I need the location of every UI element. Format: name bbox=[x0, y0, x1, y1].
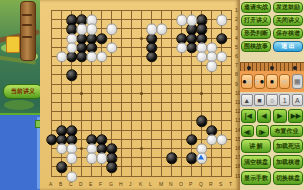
column-label: T bbox=[229, 181, 232, 187]
function-button[interactable]: 打开讲义 bbox=[241, 15, 271, 26]
column-label: R bbox=[209, 181, 213, 187]
grid-line bbox=[51, 102, 232, 103]
step-button[interactable]: ◀| bbox=[241, 125, 254, 137]
mark-tool[interactable]: ○ bbox=[266, 94, 278, 106]
white-stone[interactable] bbox=[106, 42, 117, 53]
grid-line bbox=[231, 10, 232, 176]
row-label: 6 bbox=[235, 53, 238, 59]
eraser-tool[interactable]: ▦ bbox=[292, 74, 304, 89]
function-button[interactable]: 保存棋谱 bbox=[273, 28, 303, 39]
playback-button[interactable]: ◀ bbox=[257, 109, 272, 123]
column-label: B bbox=[59, 181, 62, 187]
column-label: D bbox=[79, 181, 83, 187]
row-label: 3 bbox=[235, 25, 238, 31]
grid-line bbox=[51, 111, 232, 112]
action-button[interactable]: 加载棋谱 bbox=[273, 155, 303, 169]
column-label: Q bbox=[199, 181, 203, 187]
function-button-grid: 邀请实战发送鼓励打开讲义关闭讲义形势判断保存棋谱围棋故事退 出 bbox=[241, 2, 303, 52]
star-point bbox=[80, 92, 83, 95]
black-stone[interactable] bbox=[216, 33, 227, 44]
column-label: O bbox=[179, 181, 183, 187]
slider-marker[interactable] bbox=[270, 66, 274, 70]
function-button[interactable]: 退 出 bbox=[273, 41, 303, 52]
column-label: H bbox=[119, 181, 123, 187]
playback-button[interactable]: |◀ bbox=[241, 109, 256, 123]
column-label: P bbox=[189, 181, 192, 187]
function-button[interactable]: 邀请实战 bbox=[241, 2, 271, 13]
grid-line bbox=[161, 10, 162, 176]
black-stone[interactable] bbox=[196, 116, 207, 127]
column-label: K bbox=[139, 181, 142, 187]
row-label: 7 bbox=[235, 62, 238, 68]
row-label: 2 bbox=[235, 16, 238, 22]
white-stone[interactable] bbox=[106, 24, 117, 35]
blue-list-panel[interactable] bbox=[0, 113, 44, 190]
black-stone[interactable] bbox=[146, 51, 157, 62]
white-stone[interactable] bbox=[96, 51, 107, 62]
row-label: 1 bbox=[235, 7, 238, 13]
playback-controls: |◀◀▶▶▶ bbox=[241, 109, 303, 123]
step-controls: ◀||▶布置作业 bbox=[241, 125, 303, 137]
grid-line bbox=[171, 10, 172, 176]
playback-button[interactable]: ▶ bbox=[273, 109, 288, 123]
column-label: S bbox=[219, 181, 222, 187]
function-button[interactable]: 关闭讲义 bbox=[273, 15, 303, 26]
alt-white-first-tool[interactable]: ○● bbox=[254, 74, 266, 89]
white-stone[interactable] bbox=[206, 60, 217, 71]
white-stone[interactable] bbox=[176, 42, 187, 53]
step-button[interactable]: |▶ bbox=[256, 125, 269, 137]
row-label: 5 bbox=[235, 44, 238, 50]
white-stone[interactable] bbox=[66, 152, 77, 163]
mark-tool[interactable]: A bbox=[292, 94, 304, 106]
column-label: G bbox=[109, 181, 113, 187]
star-point bbox=[140, 37, 143, 40]
grid-line bbox=[51, 176, 232, 177]
column-label: J bbox=[129, 181, 132, 187]
slider-marker[interactable] bbox=[293, 66, 297, 70]
action-button-grid: 讲 解加载死活清空棋盘加载棋谱显示手数切换棋盘 bbox=[241, 139, 303, 185]
white-stone[interactable] bbox=[186, 14, 197, 25]
white-stone[interactable] bbox=[216, 14, 227, 25]
totem-badge bbox=[6, 36, 20, 53]
go-board[interactable]: A1B2C3D4E5F6G7H8J9K10L11M12N13O14P15Q16R… bbox=[40, 0, 240, 190]
grid-line bbox=[51, 130, 232, 131]
black-stone[interactable] bbox=[106, 162, 117, 173]
row-label: 4 bbox=[235, 35, 238, 41]
action-button[interactable]: 清空棋盘 bbox=[241, 155, 271, 169]
white-only-tool[interactable]: ○ bbox=[279, 74, 291, 89]
current-lecture-button[interactable]: 当前讲义 bbox=[3, 84, 43, 99]
sidebar: 邀请实战发送鼓励打开讲义关闭讲义形势判断保存棋谱围棋故事退 出 ●○○●●○▦ … bbox=[240, 0, 304, 190]
white-stone[interactable] bbox=[216, 134, 227, 145]
column-label: A bbox=[49, 181, 52, 187]
mark-tool[interactable]: 1 bbox=[279, 94, 291, 106]
white-stone[interactable] bbox=[156, 24, 167, 35]
row-label: 8 bbox=[235, 71, 238, 77]
function-button[interactable]: 形势判断 bbox=[241, 28, 271, 39]
column-label: L bbox=[149, 181, 152, 187]
last-move-marker bbox=[198, 155, 204, 160]
action-button[interactable]: 显示手数 bbox=[241, 171, 271, 185]
mark-tool[interactable]: ▲ bbox=[241, 94, 253, 106]
column-label: N bbox=[169, 181, 173, 187]
black-stone[interactable] bbox=[66, 70, 77, 81]
playback-button[interactable]: ▶▶ bbox=[288, 109, 303, 123]
black-only-tool[interactable]: ● bbox=[266, 74, 278, 89]
black-stone[interactable] bbox=[166, 152, 177, 163]
column-label: E bbox=[89, 181, 92, 187]
star-point bbox=[80, 147, 83, 150]
white-stone[interactable] bbox=[96, 152, 107, 163]
grid-line bbox=[51, 166, 232, 167]
grid-line bbox=[51, 139, 232, 140]
row-label: 9 bbox=[235, 81, 238, 87]
white-stone[interactable] bbox=[216, 51, 227, 62]
black-stone[interactable] bbox=[186, 134, 197, 145]
star-point bbox=[200, 92, 203, 95]
white-stone[interactable] bbox=[86, 24, 97, 35]
bush-decoration bbox=[4, 100, 34, 110]
totem-decoration bbox=[20, 1, 36, 61]
mark-tool[interactable]: ■ bbox=[254, 94, 266, 106]
white-stone[interactable] bbox=[66, 42, 77, 53]
action-button[interactable]: 切换棋盘 bbox=[273, 171, 303, 185]
star-point bbox=[140, 147, 143, 150]
function-button[interactable]: 发送鼓励 bbox=[273, 2, 303, 13]
function-button[interactable]: 围棋故事 bbox=[241, 41, 271, 52]
assign-homework-button[interactable]: 布置作业 bbox=[270, 125, 303, 137]
column-label: F bbox=[99, 181, 102, 187]
action-button[interactable]: 讲 解 bbox=[241, 139, 271, 153]
action-button[interactable]: 加载死活 bbox=[273, 139, 303, 153]
column-label: M bbox=[159, 181, 163, 187]
grid-line bbox=[211, 10, 212, 176]
black-stone[interactable] bbox=[56, 162, 67, 173]
stone-tool-panel: ●○○●●○▦ bbox=[240, 71, 304, 92]
slider-marker[interactable] bbox=[247, 66, 251, 70]
black-stone[interactable] bbox=[96, 33, 107, 44]
white-stone[interactable] bbox=[66, 171, 77, 182]
mark-tool-row: ▲■○1A bbox=[240, 93, 304, 107]
alt-black-first-tool[interactable]: ●○ bbox=[241, 74, 253, 89]
star-point bbox=[140, 92, 143, 95]
white-stone[interactable] bbox=[56, 51, 67, 62]
